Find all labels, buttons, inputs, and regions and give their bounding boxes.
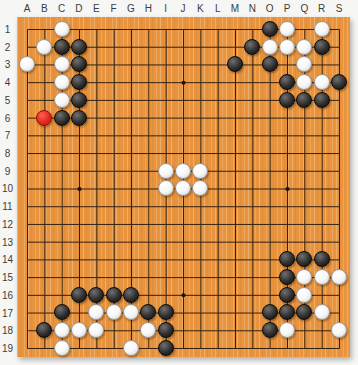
intersection-A5[interactable] [18, 91, 35, 109]
intersection-M3[interactable] [226, 56, 243, 74]
intersection-J5[interactable] [174, 91, 191, 109]
intersection-S12[interactable] [330, 215, 347, 233]
intersection-I4[interactable] [157, 73, 174, 91]
intersection-I12[interactable] [157, 215, 174, 233]
intersection-J6[interactable] [174, 109, 191, 127]
intersection-P19[interactable] [278, 339, 295, 357]
intersection-R10[interactable] [313, 180, 330, 198]
intersection-M15[interactable] [226, 268, 243, 286]
intersection-B8[interactable] [36, 144, 53, 162]
intersection-C13[interactable] [53, 233, 70, 251]
intersection-P10[interactable] [278, 180, 295, 198]
intersection-S1[interactable] [330, 20, 347, 38]
intersection-P14[interactable] [278, 250, 295, 268]
intersection-S2[interactable] [330, 38, 347, 56]
intersection-Q5[interactable] [296, 91, 313, 109]
intersection-B6[interactable] [36, 109, 53, 127]
intersection-A15[interactable] [18, 268, 35, 286]
intersection-P12[interactable] [278, 215, 295, 233]
intersection-N14[interactable] [244, 250, 261, 268]
intersection-E16[interactable] [88, 286, 105, 304]
intersection-R6[interactable] [313, 109, 330, 127]
intersection-O19[interactable] [261, 339, 278, 357]
intersection-K9[interactable] [192, 162, 209, 180]
intersection-G16[interactable] [122, 286, 139, 304]
intersection-I15[interactable] [157, 268, 174, 286]
intersection-A16[interactable] [18, 286, 35, 304]
intersection-J16[interactable] [174, 286, 191, 304]
intersection-C10[interactable] [53, 180, 70, 198]
intersection-H7[interactable] [140, 126, 157, 144]
intersection-O1[interactable] [261, 20, 278, 38]
intersection-K5[interactable] [192, 91, 209, 109]
intersection-D16[interactable] [70, 286, 87, 304]
intersection-K7[interactable] [192, 126, 209, 144]
intersection-G13[interactable] [122, 233, 139, 251]
intersection-L8[interactable] [209, 144, 226, 162]
intersection-P1[interactable] [278, 20, 295, 38]
intersection-H11[interactable] [140, 197, 157, 215]
intersection-M4[interactable] [226, 73, 243, 91]
intersection-L16[interactable] [209, 286, 226, 304]
intersection-Q18[interactable] [296, 321, 313, 339]
intersection-O8[interactable] [261, 144, 278, 162]
intersection-A11[interactable] [18, 197, 35, 215]
intersection-M13[interactable] [226, 233, 243, 251]
intersection-N11[interactable] [244, 197, 261, 215]
intersection-C16[interactable] [53, 286, 70, 304]
intersection-H5[interactable] [140, 91, 157, 109]
intersection-B17[interactable] [36, 304, 53, 322]
intersection-F12[interactable] [105, 215, 122, 233]
intersection-I9[interactable] [157, 162, 174, 180]
intersection-B7[interactable] [36, 126, 53, 144]
intersection-C17[interactable] [53, 304, 70, 322]
intersection-G1[interactable] [122, 20, 139, 38]
intersection-L12[interactable] [209, 215, 226, 233]
intersection-O6[interactable] [261, 109, 278, 127]
intersection-B10[interactable] [36, 180, 53, 198]
intersection-K2[interactable] [192, 38, 209, 56]
intersection-H4[interactable] [140, 73, 157, 91]
intersection-G15[interactable] [122, 268, 139, 286]
intersection-J1[interactable] [174, 20, 191, 38]
intersection-L2[interactable] [209, 38, 226, 56]
intersection-K10[interactable] [192, 180, 209, 198]
intersection-L3[interactable] [209, 56, 226, 74]
intersection-C15[interactable] [53, 268, 70, 286]
intersection-R8[interactable] [313, 144, 330, 162]
intersection-E8[interactable] [88, 144, 105, 162]
intersection-D15[interactable] [70, 268, 87, 286]
intersection-I18[interactable] [157, 321, 174, 339]
intersection-N9[interactable] [244, 162, 261, 180]
intersection-O11[interactable] [261, 197, 278, 215]
intersection-S16[interactable] [330, 286, 347, 304]
intersection-N6[interactable] [244, 109, 261, 127]
intersection-E7[interactable] [88, 126, 105, 144]
intersection-A3[interactable] [18, 56, 35, 74]
intersection-O17[interactable] [261, 304, 278, 322]
intersection-H16[interactable] [140, 286, 157, 304]
intersection-L19[interactable] [209, 339, 226, 357]
intersection-L18[interactable] [209, 321, 226, 339]
intersection-C3[interactable] [53, 56, 70, 74]
intersection-J13[interactable] [174, 233, 191, 251]
intersection-D10[interactable] [70, 180, 87, 198]
intersection-A17[interactable] [18, 304, 35, 322]
intersection-O18[interactable] [261, 321, 278, 339]
intersection-R12[interactable] [313, 215, 330, 233]
intersection-H19[interactable] [140, 339, 157, 357]
intersection-M5[interactable] [226, 91, 243, 109]
intersection-C5[interactable] [53, 91, 70, 109]
intersection-R2[interactable] [313, 38, 330, 56]
intersection-O10[interactable] [261, 180, 278, 198]
intersection-C9[interactable] [53, 162, 70, 180]
intersection-A4[interactable] [18, 73, 35, 91]
intersection-F6[interactable] [105, 109, 122, 127]
intersection-B12[interactable] [36, 215, 53, 233]
intersection-Q16[interactable] [296, 286, 313, 304]
intersection-P3[interactable] [278, 56, 295, 74]
intersection-F1[interactable] [105, 20, 122, 38]
intersection-G19[interactable] [122, 339, 139, 357]
intersection-P5[interactable] [278, 91, 295, 109]
intersection-R7[interactable] [313, 126, 330, 144]
intersection-G17[interactable] [122, 304, 139, 322]
intersection-M19[interactable] [226, 339, 243, 357]
intersection-F13[interactable] [105, 233, 122, 251]
intersection-I3[interactable] [157, 56, 174, 74]
intersection-P11[interactable] [278, 197, 295, 215]
intersection-S9[interactable] [330, 162, 347, 180]
intersection-D4[interactable] [70, 73, 87, 91]
intersection-R17[interactable] [313, 304, 330, 322]
intersection-A2[interactable] [18, 38, 35, 56]
intersection-Q1[interactable] [296, 20, 313, 38]
intersection-M12[interactable] [226, 215, 243, 233]
intersection-P6[interactable] [278, 109, 295, 127]
intersection-R5[interactable] [313, 91, 330, 109]
intersection-G14[interactable] [122, 250, 139, 268]
intersection-H3[interactable] [140, 56, 157, 74]
intersection-L10[interactable] [209, 180, 226, 198]
intersection-O13[interactable] [261, 233, 278, 251]
intersection-G2[interactable] [122, 38, 139, 56]
intersection-R3[interactable] [313, 56, 330, 74]
intersection-N16[interactable] [244, 286, 261, 304]
intersection-E13[interactable] [88, 233, 105, 251]
intersection-I17[interactable] [157, 304, 174, 322]
intersection-Q2[interactable] [296, 38, 313, 56]
intersection-H2[interactable] [140, 38, 157, 56]
intersection-G8[interactable] [122, 144, 139, 162]
intersection-G9[interactable] [122, 162, 139, 180]
intersection-R9[interactable] [313, 162, 330, 180]
intersection-F9[interactable] [105, 162, 122, 180]
intersection-O5[interactable] [261, 91, 278, 109]
intersection-M9[interactable] [226, 162, 243, 180]
intersection-E2[interactable] [88, 38, 105, 56]
intersection-R11[interactable] [313, 197, 330, 215]
intersection-E15[interactable] [88, 268, 105, 286]
intersection-F11[interactable] [105, 197, 122, 215]
intersection-O3[interactable] [261, 56, 278, 74]
intersection-Q8[interactable] [296, 144, 313, 162]
intersection-S8[interactable] [330, 144, 347, 162]
intersection-S3[interactable] [330, 56, 347, 74]
intersection-E10[interactable] [88, 180, 105, 198]
intersection-A19[interactable] [18, 339, 35, 357]
intersection-F10[interactable] [105, 180, 122, 198]
intersection-M7[interactable] [226, 126, 243, 144]
intersection-D1[interactable] [70, 20, 87, 38]
intersection-J11[interactable] [174, 197, 191, 215]
intersection-G6[interactable] [122, 109, 139, 127]
intersection-L1[interactable] [209, 20, 226, 38]
intersection-I14[interactable] [157, 250, 174, 268]
intersection-Q7[interactable] [296, 126, 313, 144]
intersection-G5[interactable] [122, 91, 139, 109]
intersection-S19[interactable] [330, 339, 347, 357]
intersection-N13[interactable] [244, 233, 261, 251]
intersection-K8[interactable] [192, 144, 209, 162]
intersection-A12[interactable] [18, 215, 35, 233]
intersection-R18[interactable] [313, 321, 330, 339]
intersection-K12[interactable] [192, 215, 209, 233]
intersection-D19[interactable] [70, 339, 87, 357]
intersection-D18[interactable] [70, 321, 87, 339]
intersection-N1[interactable] [244, 20, 261, 38]
intersection-E5[interactable] [88, 91, 105, 109]
intersection-I10[interactable] [157, 180, 174, 198]
intersection-H1[interactable] [140, 20, 157, 38]
intersection-G4[interactable] [122, 73, 139, 91]
intersection-S14[interactable] [330, 250, 347, 268]
intersection-Q6[interactable] [296, 109, 313, 127]
intersection-M8[interactable] [226, 144, 243, 162]
intersection-E11[interactable] [88, 197, 105, 215]
intersection-I19[interactable] [157, 339, 174, 357]
intersection-J15[interactable] [174, 268, 191, 286]
intersection-F5[interactable] [105, 91, 122, 109]
intersection-Q15[interactable] [296, 268, 313, 286]
intersection-I13[interactable] [157, 233, 174, 251]
intersection-E1[interactable] [88, 20, 105, 38]
intersection-S13[interactable] [330, 233, 347, 251]
intersection-K1[interactable] [192, 20, 209, 38]
intersection-H14[interactable] [140, 250, 157, 268]
intersection-L6[interactable] [209, 109, 226, 127]
intersection-J2[interactable] [174, 38, 191, 56]
intersection-B1[interactable] [36, 20, 53, 38]
intersection-C19[interactable] [53, 339, 70, 357]
intersection-B9[interactable] [36, 162, 53, 180]
intersection-G12[interactable] [122, 215, 139, 233]
intersection-C14[interactable] [53, 250, 70, 268]
intersection-O12[interactable] [261, 215, 278, 233]
intersection-S6[interactable] [330, 109, 347, 127]
intersection-B18[interactable] [36, 321, 53, 339]
intersection-A8[interactable] [18, 144, 35, 162]
intersection-Q13[interactable] [296, 233, 313, 251]
intersection-Q12[interactable] [296, 215, 313, 233]
intersection-G7[interactable] [122, 126, 139, 144]
intersection-Q14[interactable] [296, 250, 313, 268]
intersection-I2[interactable] [157, 38, 174, 56]
intersection-L14[interactable] [209, 250, 226, 268]
intersection-D3[interactable] [70, 56, 87, 74]
intersection-N5[interactable] [244, 91, 261, 109]
intersection-N17[interactable] [244, 304, 261, 322]
intersection-F4[interactable] [105, 73, 122, 91]
intersection-D9[interactable] [70, 162, 87, 180]
intersection-F8[interactable] [105, 144, 122, 162]
intersection-M17[interactable] [226, 304, 243, 322]
intersection-D6[interactable] [70, 109, 87, 127]
intersection-L13[interactable] [209, 233, 226, 251]
intersection-O9[interactable] [261, 162, 278, 180]
intersection-D11[interactable] [70, 197, 87, 215]
intersection-N4[interactable] [244, 73, 261, 91]
intersection-N8[interactable] [244, 144, 261, 162]
intersection-R13[interactable] [313, 233, 330, 251]
intersection-H10[interactable] [140, 180, 157, 198]
intersection-P17[interactable] [278, 304, 295, 322]
intersection-S7[interactable] [330, 126, 347, 144]
intersection-E19[interactable] [88, 339, 105, 357]
intersection-P4[interactable] [278, 73, 295, 91]
intersection-P18[interactable] [278, 321, 295, 339]
intersection-P2[interactable] [278, 38, 295, 56]
intersection-F16[interactable] [105, 286, 122, 304]
intersection-L5[interactable] [209, 91, 226, 109]
intersection-K11[interactable] [192, 197, 209, 215]
intersection-M14[interactable] [226, 250, 243, 268]
intersection-N15[interactable] [244, 268, 261, 286]
intersection-S11[interactable] [330, 197, 347, 215]
intersection-M1[interactable] [226, 20, 243, 38]
intersection-J19[interactable] [174, 339, 191, 357]
intersection-M16[interactable] [226, 286, 243, 304]
intersection-J10[interactable] [174, 180, 191, 198]
intersection-O15[interactable] [261, 268, 278, 286]
intersection-G3[interactable] [122, 56, 139, 74]
intersection-A14[interactable] [18, 250, 35, 268]
intersection-C11[interactable] [53, 197, 70, 215]
intersection-A7[interactable] [18, 126, 35, 144]
intersection-P9[interactable] [278, 162, 295, 180]
intersection-L7[interactable] [209, 126, 226, 144]
intersection-Q11[interactable] [296, 197, 313, 215]
intersection-N10[interactable] [244, 180, 261, 198]
intersection-H15[interactable] [140, 268, 157, 286]
intersection-R19[interactable] [313, 339, 330, 357]
intersection-O14[interactable] [261, 250, 278, 268]
intersection-R16[interactable] [313, 286, 330, 304]
intersection-K4[interactable] [192, 73, 209, 91]
intersection-B11[interactable] [36, 197, 53, 215]
intersection-F7[interactable] [105, 126, 122, 144]
intersection-B19[interactable] [36, 339, 53, 357]
intersection-D17[interactable] [70, 304, 87, 322]
intersection-I6[interactable] [157, 109, 174, 127]
intersection-R14[interactable] [313, 250, 330, 268]
intersection-R4[interactable] [313, 73, 330, 91]
intersection-O7[interactable] [261, 126, 278, 144]
intersection-J17[interactable] [174, 304, 191, 322]
intersection-B4[interactable] [36, 73, 53, 91]
intersection-M10[interactable] [226, 180, 243, 198]
intersection-D12[interactable] [70, 215, 87, 233]
intersection-E18[interactable] [88, 321, 105, 339]
intersection-D13[interactable] [70, 233, 87, 251]
intersection-H6[interactable] [140, 109, 157, 127]
intersection-A10[interactable] [18, 180, 35, 198]
intersection-S4[interactable] [330, 73, 347, 91]
intersection-D5[interactable] [70, 91, 87, 109]
intersection-K18[interactable] [192, 321, 209, 339]
intersection-C7[interactable] [53, 126, 70, 144]
intersection-N18[interactable] [244, 321, 261, 339]
intersection-P8[interactable] [278, 144, 295, 162]
intersection-I1[interactable] [157, 20, 174, 38]
intersection-K6[interactable] [192, 109, 209, 127]
intersection-R15[interactable] [313, 268, 330, 286]
intersection-E14[interactable] [88, 250, 105, 268]
intersection-E3[interactable] [88, 56, 105, 74]
intersection-F17[interactable] [105, 304, 122, 322]
intersection-C2[interactable] [53, 38, 70, 56]
intersection-C18[interactable] [53, 321, 70, 339]
intersection-Q19[interactable] [296, 339, 313, 357]
intersection-S18[interactable] [330, 321, 347, 339]
intersection-H9[interactable] [140, 162, 157, 180]
intersection-C12[interactable] [53, 215, 70, 233]
intersection-P7[interactable] [278, 126, 295, 144]
intersection-M2[interactable] [226, 38, 243, 56]
intersection-Q3[interactable] [296, 56, 313, 74]
intersection-P13[interactable] [278, 233, 295, 251]
intersection-A18[interactable] [18, 321, 35, 339]
intersection-E6[interactable] [88, 109, 105, 127]
intersection-R1[interactable] [313, 20, 330, 38]
intersection-K19[interactable] [192, 339, 209, 357]
intersection-M6[interactable] [226, 109, 243, 127]
intersection-J18[interactable] [174, 321, 191, 339]
intersection-Q10[interactable] [296, 180, 313, 198]
intersection-C6[interactable] [53, 109, 70, 127]
intersection-S10[interactable] [330, 180, 347, 198]
intersection-B3[interactable] [36, 56, 53, 74]
intersection-I5[interactable] [157, 91, 174, 109]
intersection-J7[interactable] [174, 126, 191, 144]
intersection-D8[interactable] [70, 144, 87, 162]
intersection-K14[interactable] [192, 250, 209, 268]
intersection-C1[interactable] [53, 20, 70, 38]
intersection-Q17[interactable] [296, 304, 313, 322]
intersection-B14[interactable] [36, 250, 53, 268]
intersection-A6[interactable] [18, 109, 35, 127]
intersection-N3[interactable] [244, 56, 261, 74]
intersection-M18[interactable] [226, 321, 243, 339]
intersection-L4[interactable] [209, 73, 226, 91]
intersection-O2[interactable] [261, 38, 278, 56]
intersection-C8[interactable] [53, 144, 70, 162]
intersection-E12[interactable] [88, 215, 105, 233]
intersection-J14[interactable] [174, 250, 191, 268]
